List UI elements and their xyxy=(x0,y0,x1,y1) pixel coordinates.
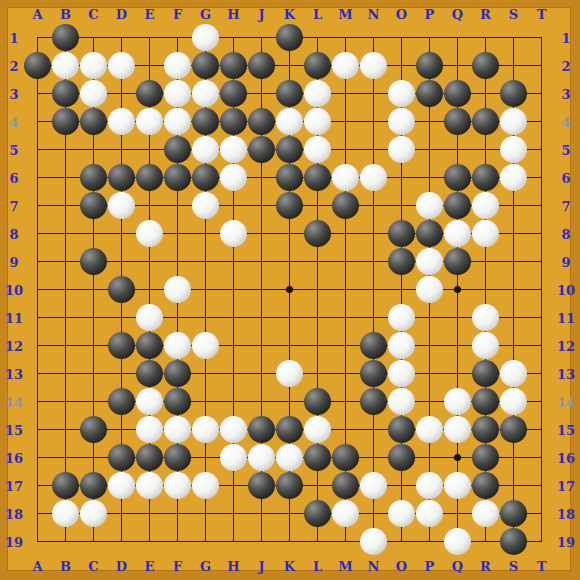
intersection-O4[interactable] xyxy=(388,108,416,136)
intersection-Q4[interactable] xyxy=(444,108,472,136)
intersection-Q11[interactable] xyxy=(444,304,472,332)
intersection-R4[interactable] xyxy=(472,108,500,136)
intersection-E15[interactable] xyxy=(136,416,164,444)
intersection-C4[interactable] xyxy=(80,108,108,136)
intersection-P13[interactable] xyxy=(416,360,444,388)
intersection-L7[interactable] xyxy=(304,192,332,220)
intersection-S14[interactable] xyxy=(500,388,528,416)
intersection-J8[interactable] xyxy=(248,220,276,248)
intersection-T10[interactable] xyxy=(528,276,556,304)
intersection-F12[interactable] xyxy=(164,332,192,360)
intersection-R1[interactable] xyxy=(472,24,500,52)
intersection-E6[interactable] xyxy=(136,164,164,192)
intersection-R8[interactable] xyxy=(472,220,500,248)
intersection-R15[interactable] xyxy=(472,416,500,444)
intersection-O2[interactable] xyxy=(388,52,416,80)
intersection-B18[interactable] xyxy=(52,500,80,528)
intersection-K12[interactable] xyxy=(276,332,304,360)
intersection-S9[interactable] xyxy=(500,248,528,276)
intersection-S10[interactable] xyxy=(500,276,528,304)
intersection-J9[interactable] xyxy=(248,248,276,276)
intersection-C15[interactable] xyxy=(80,416,108,444)
intersection-T8[interactable] xyxy=(528,220,556,248)
intersection-A17[interactable] xyxy=(24,472,52,500)
intersection-L11[interactable] xyxy=(304,304,332,332)
intersection-T7[interactable] xyxy=(528,192,556,220)
intersection-N3[interactable] xyxy=(360,80,388,108)
intersection-O12[interactable] xyxy=(388,332,416,360)
intersection-Q7[interactable] xyxy=(444,192,472,220)
intersection-R5[interactable] xyxy=(472,136,500,164)
intersection-B2[interactable] xyxy=(52,52,80,80)
intersection-S3[interactable] xyxy=(500,80,528,108)
intersection-J2[interactable] xyxy=(248,52,276,80)
intersection-S19[interactable] xyxy=(500,528,528,556)
intersection-K13[interactable] xyxy=(276,360,304,388)
intersection-R11[interactable] xyxy=(472,304,500,332)
intersection-G1[interactable] xyxy=(192,24,220,52)
intersection-M3[interactable] xyxy=(332,80,360,108)
intersection-R18[interactable] xyxy=(472,500,500,528)
intersection-Q9[interactable] xyxy=(444,248,472,276)
intersection-T17[interactable] xyxy=(528,472,556,500)
intersection-R19[interactable] xyxy=(472,528,500,556)
intersection-D19[interactable] xyxy=(108,528,136,556)
intersection-P9[interactable] xyxy=(416,248,444,276)
intersection-H18[interactable] xyxy=(220,500,248,528)
intersection-P4[interactable] xyxy=(416,108,444,136)
intersection-S16[interactable] xyxy=(500,444,528,472)
intersection-J11[interactable] xyxy=(248,304,276,332)
intersection-S18[interactable] xyxy=(500,500,528,528)
intersection-G8[interactable] xyxy=(192,220,220,248)
intersection-E19[interactable] xyxy=(136,528,164,556)
intersection-N1[interactable] xyxy=(360,24,388,52)
intersection-K4[interactable] xyxy=(276,108,304,136)
intersection-M19[interactable] xyxy=(332,528,360,556)
intersection-L19[interactable] xyxy=(304,528,332,556)
intersection-Q5[interactable] xyxy=(444,136,472,164)
intersection-H9[interactable] xyxy=(220,248,248,276)
intersection-A1[interactable] xyxy=(24,24,52,52)
intersection-L9[interactable] xyxy=(304,248,332,276)
intersection-B4[interactable] xyxy=(52,108,80,136)
intersection-O18[interactable] xyxy=(388,500,416,528)
intersection-C8[interactable] xyxy=(80,220,108,248)
intersection-F10[interactable] xyxy=(164,276,192,304)
intersection-J16[interactable] xyxy=(248,444,276,472)
intersection-H13[interactable] xyxy=(220,360,248,388)
intersection-L17[interactable] xyxy=(304,472,332,500)
intersection-F3[interactable] xyxy=(164,80,192,108)
intersection-E18[interactable] xyxy=(136,500,164,528)
intersection-P3[interactable] xyxy=(416,80,444,108)
intersection-K3[interactable] xyxy=(276,80,304,108)
intersection-K5[interactable] xyxy=(276,136,304,164)
intersection-G7[interactable] xyxy=(192,192,220,220)
intersection-A4[interactable] xyxy=(24,108,52,136)
intersection-M10[interactable] xyxy=(332,276,360,304)
intersection-J5[interactable] xyxy=(248,136,276,164)
intersection-G5[interactable] xyxy=(192,136,220,164)
intersection-R2[interactable] xyxy=(472,52,500,80)
intersection-E13[interactable] xyxy=(136,360,164,388)
intersection-N4[interactable] xyxy=(360,108,388,136)
intersection-P15[interactable] xyxy=(416,416,444,444)
intersection-J3[interactable] xyxy=(248,80,276,108)
intersection-N9[interactable] xyxy=(360,248,388,276)
intersection-Q13[interactable] xyxy=(444,360,472,388)
intersection-E14[interactable] xyxy=(136,388,164,416)
intersection-P2[interactable] xyxy=(416,52,444,80)
intersection-G3[interactable] xyxy=(192,80,220,108)
intersection-A16[interactable] xyxy=(24,444,52,472)
intersection-T11[interactable] xyxy=(528,304,556,332)
intersection-D11[interactable] xyxy=(108,304,136,332)
intersection-G2[interactable] xyxy=(192,52,220,80)
intersection-M13[interactable] xyxy=(332,360,360,388)
intersection-F19[interactable] xyxy=(164,528,192,556)
intersection-B7[interactable] xyxy=(52,192,80,220)
intersection-K18[interactable] xyxy=(276,500,304,528)
intersection-L3[interactable] xyxy=(304,80,332,108)
intersection-L15[interactable] xyxy=(304,416,332,444)
intersection-P6[interactable] xyxy=(416,164,444,192)
intersection-C14[interactable] xyxy=(80,388,108,416)
intersection-K8[interactable] xyxy=(276,220,304,248)
intersection-D9[interactable] xyxy=(108,248,136,276)
intersection-P7[interactable] xyxy=(416,192,444,220)
intersection-B15[interactable] xyxy=(52,416,80,444)
intersection-R12[interactable] xyxy=(472,332,500,360)
intersection-C9[interactable] xyxy=(80,248,108,276)
intersection-P10[interactable] xyxy=(416,276,444,304)
intersection-C18[interactable] xyxy=(80,500,108,528)
intersection-T4[interactable] xyxy=(528,108,556,136)
intersection-J13[interactable] xyxy=(248,360,276,388)
intersection-N15[interactable] xyxy=(360,416,388,444)
intersection-M14[interactable] xyxy=(332,388,360,416)
intersection-G12[interactable] xyxy=(192,332,220,360)
intersection-J17[interactable] xyxy=(248,472,276,500)
intersection-F1[interactable] xyxy=(164,24,192,52)
intersection-J12[interactable] xyxy=(248,332,276,360)
intersection-D1[interactable] xyxy=(108,24,136,52)
intersection-D17[interactable] xyxy=(108,472,136,500)
intersection-P18[interactable] xyxy=(416,500,444,528)
intersection-Q14[interactable] xyxy=(444,388,472,416)
intersection-H14[interactable] xyxy=(220,388,248,416)
intersection-H6[interactable] xyxy=(220,164,248,192)
intersection-N2[interactable] xyxy=(360,52,388,80)
intersection-Q19[interactable] xyxy=(444,528,472,556)
intersection-H17[interactable] xyxy=(220,472,248,500)
intersection-L6[interactable] xyxy=(304,164,332,192)
intersection-L16[interactable] xyxy=(304,444,332,472)
intersection-D18[interactable] xyxy=(108,500,136,528)
intersection-F15[interactable] xyxy=(164,416,192,444)
intersection-K7[interactable] xyxy=(276,192,304,220)
intersection-E12[interactable] xyxy=(136,332,164,360)
intersection-S13[interactable] xyxy=(500,360,528,388)
intersection-F4[interactable] xyxy=(164,108,192,136)
intersection-B19[interactable] xyxy=(52,528,80,556)
intersection-F13[interactable] xyxy=(164,360,192,388)
intersection-Q18[interactable] xyxy=(444,500,472,528)
intersection-L18[interactable] xyxy=(304,500,332,528)
intersection-O15[interactable] xyxy=(388,416,416,444)
intersection-T18[interactable] xyxy=(528,500,556,528)
intersection-L2[interactable] xyxy=(304,52,332,80)
intersection-N16[interactable] xyxy=(360,444,388,472)
intersection-T3[interactable] xyxy=(528,80,556,108)
intersection-C19[interactable] xyxy=(80,528,108,556)
intersection-D7[interactable] xyxy=(108,192,136,220)
intersection-P12[interactable] xyxy=(416,332,444,360)
intersection-H3[interactable] xyxy=(220,80,248,108)
intersection-M9[interactable] xyxy=(332,248,360,276)
intersection-Q6[interactable] xyxy=(444,164,472,192)
intersection-C10[interactable] xyxy=(80,276,108,304)
intersection-D8[interactable] xyxy=(108,220,136,248)
go-board[interactable] xyxy=(24,24,556,556)
intersection-A5[interactable] xyxy=(24,136,52,164)
intersection-L4[interactable] xyxy=(304,108,332,136)
intersection-E17[interactable] xyxy=(136,472,164,500)
intersection-A3[interactable] xyxy=(24,80,52,108)
intersection-S1[interactable] xyxy=(500,24,528,52)
intersection-F14[interactable] xyxy=(164,388,192,416)
intersection-C13[interactable] xyxy=(80,360,108,388)
intersection-N7[interactable] xyxy=(360,192,388,220)
intersection-D2[interactable] xyxy=(108,52,136,80)
intersection-S6[interactable] xyxy=(500,164,528,192)
intersection-S12[interactable] xyxy=(500,332,528,360)
intersection-H4[interactable] xyxy=(220,108,248,136)
intersection-D13[interactable] xyxy=(108,360,136,388)
intersection-O6[interactable] xyxy=(388,164,416,192)
intersection-F8[interactable] xyxy=(164,220,192,248)
intersection-G9[interactable] xyxy=(192,248,220,276)
intersection-S4[interactable] xyxy=(500,108,528,136)
intersection-G6[interactable] xyxy=(192,164,220,192)
intersection-O13[interactable] xyxy=(388,360,416,388)
intersection-D12[interactable] xyxy=(108,332,136,360)
intersection-R14[interactable] xyxy=(472,388,500,416)
intersection-G11[interactable] xyxy=(192,304,220,332)
intersection-M5[interactable] xyxy=(332,136,360,164)
intersection-T14[interactable] xyxy=(528,388,556,416)
intersection-B16[interactable] xyxy=(52,444,80,472)
intersection-N5[interactable] xyxy=(360,136,388,164)
intersection-L5[interactable] xyxy=(304,136,332,164)
intersection-T15[interactable] xyxy=(528,416,556,444)
intersection-B11[interactable] xyxy=(52,304,80,332)
intersection-F16[interactable] xyxy=(164,444,192,472)
intersection-E7[interactable] xyxy=(136,192,164,220)
intersection-K1[interactable] xyxy=(276,24,304,52)
intersection-M7[interactable] xyxy=(332,192,360,220)
intersection-A13[interactable] xyxy=(24,360,52,388)
intersection-E8[interactable] xyxy=(136,220,164,248)
intersection-A6[interactable] xyxy=(24,164,52,192)
intersection-G14[interactable] xyxy=(192,388,220,416)
intersection-R10[interactable] xyxy=(472,276,500,304)
intersection-C6[interactable] xyxy=(80,164,108,192)
intersection-C12[interactable] xyxy=(80,332,108,360)
intersection-P11[interactable] xyxy=(416,304,444,332)
intersection-M12[interactable] xyxy=(332,332,360,360)
intersection-F5[interactable] xyxy=(164,136,192,164)
intersection-R17[interactable] xyxy=(472,472,500,500)
intersection-L10[interactable] xyxy=(304,276,332,304)
intersection-S7[interactable] xyxy=(500,192,528,220)
intersection-Q2[interactable] xyxy=(444,52,472,80)
intersection-M4[interactable] xyxy=(332,108,360,136)
intersection-S11[interactable] xyxy=(500,304,528,332)
intersection-G13[interactable] xyxy=(192,360,220,388)
intersection-O3[interactable] xyxy=(388,80,416,108)
intersection-E1[interactable] xyxy=(136,24,164,52)
intersection-G16[interactable] xyxy=(192,444,220,472)
intersection-H10[interactable] xyxy=(220,276,248,304)
intersection-T13[interactable] xyxy=(528,360,556,388)
intersection-N17[interactable] xyxy=(360,472,388,500)
intersection-D14[interactable] xyxy=(108,388,136,416)
intersection-S17[interactable] xyxy=(500,472,528,500)
intersection-K15[interactable] xyxy=(276,416,304,444)
intersection-K2[interactable] xyxy=(276,52,304,80)
intersection-O1[interactable] xyxy=(388,24,416,52)
intersection-Q3[interactable] xyxy=(444,80,472,108)
intersection-M15[interactable] xyxy=(332,416,360,444)
intersection-N12[interactable] xyxy=(360,332,388,360)
intersection-A10[interactable] xyxy=(24,276,52,304)
intersection-D6[interactable] xyxy=(108,164,136,192)
intersection-P5[interactable] xyxy=(416,136,444,164)
intersection-B13[interactable] xyxy=(52,360,80,388)
intersection-S2[interactable] xyxy=(500,52,528,80)
intersection-A7[interactable] xyxy=(24,192,52,220)
intersection-H11[interactable] xyxy=(220,304,248,332)
intersection-O5[interactable] xyxy=(388,136,416,164)
intersection-A2[interactable] xyxy=(24,52,52,80)
intersection-D10[interactable] xyxy=(108,276,136,304)
intersection-K9[interactable] xyxy=(276,248,304,276)
intersection-A19[interactable] xyxy=(24,528,52,556)
intersection-P17[interactable] xyxy=(416,472,444,500)
intersection-K14[interactable] xyxy=(276,388,304,416)
intersection-O17[interactable] xyxy=(388,472,416,500)
intersection-P14[interactable] xyxy=(416,388,444,416)
intersection-M6[interactable] xyxy=(332,164,360,192)
intersection-K17[interactable] xyxy=(276,472,304,500)
intersection-C7[interactable] xyxy=(80,192,108,220)
intersection-Q12[interactable] xyxy=(444,332,472,360)
intersection-Q1[interactable] xyxy=(444,24,472,52)
intersection-H12[interactable] xyxy=(220,332,248,360)
intersection-G4[interactable] xyxy=(192,108,220,136)
intersection-G17[interactable] xyxy=(192,472,220,500)
intersection-C2[interactable] xyxy=(80,52,108,80)
intersection-O9[interactable] xyxy=(388,248,416,276)
intersection-R7[interactable] xyxy=(472,192,500,220)
intersection-H8[interactable] xyxy=(220,220,248,248)
intersection-G19[interactable] xyxy=(192,528,220,556)
intersection-B8[interactable] xyxy=(52,220,80,248)
intersection-A15[interactable] xyxy=(24,416,52,444)
intersection-F9[interactable] xyxy=(164,248,192,276)
intersection-R9[interactable] xyxy=(472,248,500,276)
intersection-P19[interactable] xyxy=(416,528,444,556)
intersection-M17[interactable] xyxy=(332,472,360,500)
intersection-L13[interactable] xyxy=(304,360,332,388)
intersection-C5[interactable] xyxy=(80,136,108,164)
intersection-T1[interactable] xyxy=(528,24,556,52)
intersection-F17[interactable] xyxy=(164,472,192,500)
intersection-D3[interactable] xyxy=(108,80,136,108)
intersection-B6[interactable] xyxy=(52,164,80,192)
intersection-T9[interactable] xyxy=(528,248,556,276)
intersection-K6[interactable] xyxy=(276,164,304,192)
intersection-C17[interactable] xyxy=(80,472,108,500)
intersection-H2[interactable] xyxy=(220,52,248,80)
intersection-B1[interactable] xyxy=(52,24,80,52)
intersection-Q15[interactable] xyxy=(444,416,472,444)
intersection-D15[interactable] xyxy=(108,416,136,444)
intersection-M18[interactable] xyxy=(332,500,360,528)
intersection-D4[interactable] xyxy=(108,108,136,136)
intersection-J6[interactable] xyxy=(248,164,276,192)
intersection-O11[interactable] xyxy=(388,304,416,332)
intersection-A11[interactable] xyxy=(24,304,52,332)
intersection-L14[interactable] xyxy=(304,388,332,416)
intersection-F7[interactable] xyxy=(164,192,192,220)
intersection-C1[interactable] xyxy=(80,24,108,52)
intersection-G10[interactable] xyxy=(192,276,220,304)
intersection-L8[interactable] xyxy=(304,220,332,248)
intersection-D16[interactable] xyxy=(108,444,136,472)
intersection-S8[interactable] xyxy=(500,220,528,248)
intersection-O14[interactable] xyxy=(388,388,416,416)
intersection-M16[interactable] xyxy=(332,444,360,472)
intersection-K19[interactable] xyxy=(276,528,304,556)
intersection-B17[interactable] xyxy=(52,472,80,500)
intersection-E2[interactable] xyxy=(136,52,164,80)
intersection-R16[interactable] xyxy=(472,444,500,472)
intersection-E16[interactable] xyxy=(136,444,164,472)
intersection-D5[interactable] xyxy=(108,136,136,164)
intersection-R13[interactable] xyxy=(472,360,500,388)
intersection-F2[interactable] xyxy=(164,52,192,80)
intersection-H7[interactable] xyxy=(220,192,248,220)
intersection-N18[interactable] xyxy=(360,500,388,528)
intersection-O16[interactable] xyxy=(388,444,416,472)
intersection-N14[interactable] xyxy=(360,388,388,416)
intersection-H15[interactable] xyxy=(220,416,248,444)
intersection-N6[interactable] xyxy=(360,164,388,192)
intersection-J15[interactable] xyxy=(248,416,276,444)
intersection-T19[interactable] xyxy=(528,528,556,556)
intersection-T12[interactable] xyxy=(528,332,556,360)
intersection-P1[interactable] xyxy=(416,24,444,52)
intersection-A14[interactable] xyxy=(24,388,52,416)
intersection-G15[interactable] xyxy=(192,416,220,444)
intersection-P8[interactable] xyxy=(416,220,444,248)
intersection-T6[interactable] xyxy=(528,164,556,192)
intersection-J1[interactable] xyxy=(248,24,276,52)
intersection-B12[interactable] xyxy=(52,332,80,360)
